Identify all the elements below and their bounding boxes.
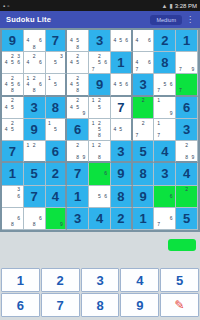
cell-r1c3[interactable]: 7: [46, 30, 68, 52]
digit: 8: [117, 190, 124, 203]
digit: 2: [117, 212, 124, 225]
cell-r9c9[interactable]: 5: [176, 208, 198, 230]
number-pad: 123456789✎: [0, 268, 200, 317]
pencil-marks: 2: [176, 186, 197, 207]
cell-r3c1[interactable]: 24568: [2, 74, 24, 96]
digit: 9: [117, 167, 124, 180]
cell-r1c5[interactable]: 3: [89, 30, 111, 52]
cell-r1c1[interactable]: 9: [2, 30, 24, 52]
cell-r7c9[interactable]: 4: [176, 163, 198, 185]
pencil-marks: 24568: [2, 74, 23, 94]
cell-r6c6[interactable]: 3: [111, 141, 133, 163]
pencil-marks: 125: [89, 97, 110, 118]
digit: 6: [183, 101, 190, 114]
pencil-marks: 468: [24, 30, 45, 51]
digit: 3: [139, 78, 146, 91]
status-bar: ▪ ▫ ▲ ▮ 3:28 PM: [0, 0, 200, 11]
pencil-marks: 128: [89, 141, 110, 161]
pencil-marks: 245: [2, 119, 23, 140]
pad-digit-1[interactable]: 1: [1, 268, 40, 292]
pencil-marks: 1258: [89, 119, 110, 140]
cell-r6c9[interactable]: 289: [176, 141, 198, 163]
cell-r5c9[interactable]: 3: [176, 119, 198, 141]
digit: 1: [9, 167, 16, 180]
digit: 9: [9, 34, 16, 47]
cell-r2c4[interactable]: 245: [67, 52, 89, 74]
cell-r8c7[interactable]: 9: [133, 186, 155, 208]
cell-r8c2[interactable]: 7: [24, 186, 46, 208]
pencil-icon: ✎: [175, 298, 185, 312]
pencil-marks: 15: [46, 119, 66, 140]
pencil-marks: 12468: [24, 74, 45, 94]
pad-digit-8[interactable]: 8: [81, 293, 120, 317]
cell-r2c8[interactable]: 8: [154, 52, 176, 74]
digit: 9: [139, 190, 146, 203]
difficulty-menu-button[interactable]: Medium: [150, 15, 182, 25]
cell-r7c7[interactable]: 8: [133, 163, 155, 185]
cell-r1c9[interactable]: 1: [176, 30, 198, 52]
cell-r3c9[interactable]: 7: [176, 74, 198, 96]
pencil-marks: 35: [46, 52, 66, 73]
cell-r2c2[interactable]: 246: [24, 52, 46, 74]
cell-r1c2[interactable]: 468: [24, 30, 46, 52]
cell-r6c4[interactable]: 289: [67, 141, 89, 163]
cell-r2c5[interactable]: 2567: [89, 52, 111, 74]
digit: 5: [31, 167, 38, 180]
pencil-marks: 245: [67, 52, 88, 73]
digit: 7: [9, 145, 16, 158]
cell-r4c7[interactable]: 2: [133, 97, 155, 119]
cell-r4c3[interactable]: 8: [46, 97, 68, 119]
digit: 3: [31, 101, 38, 114]
pencil-marks: 456: [111, 30, 131, 51]
digit: 1: [183, 34, 190, 47]
cell-r1c7[interactable]: 46: [133, 30, 155, 52]
pad-digit-5[interactable]: 5: [160, 268, 199, 292]
pencil-marks: 27: [133, 119, 154, 140]
usb-icon: ▫: [7, 3, 9, 9]
cell-r4c9[interactable]: 6: [176, 97, 198, 119]
cell-r5c5[interactable]: 1258: [89, 119, 111, 141]
pencil-marks: 456: [111, 74, 131, 94]
pencil-marks: 79: [176, 52, 197, 73]
cell-r6c7[interactable]: 5: [133, 141, 155, 163]
digit: 3: [117, 145, 124, 158]
cell-r2c7[interactable]: 467: [133, 52, 155, 74]
cell-r7c1[interactable]: 1: [2, 163, 24, 185]
cell-r4c1[interactable]: 245: [2, 97, 24, 119]
pencil-marks: 15: [46, 74, 66, 94]
cell-r5c7[interactable]: 27: [133, 119, 155, 141]
cell-r2c9[interactable]: 79: [176, 52, 198, 74]
cell-r8c6[interactable]: 8: [111, 186, 133, 208]
cell-r3c7[interactable]: 3: [133, 74, 155, 96]
cell-r5c1[interactable]: 245: [2, 119, 24, 141]
pencil-marks: 289: [67, 141, 88, 161]
cell-r5c6[interactable]: 45: [111, 119, 133, 141]
digit: 4: [52, 190, 59, 203]
signal-icon: ▲: [161, 3, 167, 9]
status-time: 3:28 PM: [175, 3, 197, 9]
pencil-marks: 12: [24, 141, 45, 161]
cell-r8c5[interactable]: 56: [89, 186, 111, 208]
pencil-marks: 7: [176, 74, 197, 94]
cell-r6c8[interactable]: 4: [154, 141, 176, 163]
pad-digit-7[interactable]: 7: [41, 293, 80, 317]
cell-r4c2[interactable]: 3: [24, 97, 46, 119]
cell-r8c1[interactable]: 36: [2, 186, 24, 208]
cell-r9c8[interactable]: 67: [154, 208, 176, 230]
cell-r6c3[interactable]: 6: [46, 141, 68, 163]
digit: 7: [31, 190, 38, 203]
pencil-marks: 289: [176, 141, 197, 161]
cell-r5c4[interactable]: 6: [67, 119, 89, 141]
pencil-marks: 9: [46, 208, 66, 229]
cell-r2c3[interactable]: 35: [46, 52, 68, 74]
cell-r7c3[interactable]: 2: [46, 163, 68, 185]
cell-r4c5[interactable]: 125: [89, 97, 111, 119]
digit: 9: [96, 78, 103, 91]
cell-r3c5[interactable]: 9: [89, 74, 111, 96]
cell-r5c8[interactable]: 17: [154, 119, 176, 141]
digit: 9: [31, 123, 38, 136]
cell-r9c5[interactable]: 4: [89, 208, 111, 230]
cell-r1c8[interactable]: 2: [154, 30, 176, 52]
pencil-marks: 458: [67, 30, 88, 51]
notification-icon: ▪: [3, 3, 5, 9]
cell-r8c8[interactable]: 6: [154, 186, 176, 208]
pencil-marks: 2458: [67, 74, 88, 94]
cell-r7c8[interactable]: 3: [154, 163, 176, 185]
cell-r6c5[interactable]: 128: [89, 141, 111, 163]
cell-r6c2[interactable]: 12: [24, 141, 46, 163]
pad-digit-4[interactable]: 4: [120, 268, 159, 292]
digit: 1: [74, 190, 81, 203]
digit: 4: [161, 145, 168, 158]
pencil-marks: 2567: [89, 52, 110, 73]
cell-r7c2[interactable]: 5: [24, 163, 46, 185]
digit: 7: [74, 167, 81, 180]
pencil-marks: 46: [133, 30, 154, 51]
cell-r9c3[interactable]: 9: [46, 208, 68, 230]
digit: 3: [183, 123, 190, 136]
pencil-marks: 23456: [2, 52, 23, 73]
cell-r4c4[interactable]: 2459: [67, 97, 89, 119]
pencil-marks: 567: [154, 74, 175, 94]
battery-icon: ▮: [169, 3, 172, 9]
cell-r1c4[interactable]: 458: [67, 30, 89, 52]
digit: 3: [74, 212, 81, 225]
digit: 7: [52, 34, 59, 47]
digit: 8: [52, 101, 59, 114]
green-action-button[interactable]: [168, 239, 196, 251]
below-board-area: [0, 232, 200, 268]
pencil-marks: 36: [2, 186, 23, 207]
cell-r7c5[interactable]: 6: [89, 163, 111, 185]
pencil-marks: 67: [154, 208, 175, 229]
pencil-marks: 2: [133, 97, 154, 118]
digit: 7: [117, 101, 124, 114]
app-title: Sudoku Lite: [6, 15, 150, 24]
pencil-marks: 6: [154, 186, 175, 207]
pencil-marks: 45: [111, 119, 131, 140]
cell-r8c4[interactable]: 1: [67, 186, 89, 208]
cell-r9c4[interactable]: 3: [67, 208, 89, 230]
pencil-marks: 467: [133, 52, 154, 73]
digit: 3: [96, 34, 103, 47]
cell-r5c3[interactable]: 15: [46, 119, 68, 141]
cell-r8c9[interactable]: 2: [176, 186, 198, 208]
pad-digit-6[interactable]: 6: [1, 293, 40, 317]
cell-r5c2[interactable]: 9: [24, 119, 46, 141]
cell-r9c1[interactable]: 68: [2, 208, 24, 230]
digit: 5: [183, 212, 190, 225]
digit: 3: [161, 167, 168, 180]
digit: 8: [161, 56, 168, 69]
cell-r2c1[interactable]: 23456: [2, 52, 24, 74]
overflow-menu-icon[interactable]: ⋮: [186, 16, 194, 24]
pad-digit-2[interactable]: 2: [41, 268, 80, 292]
cell-r3c8[interactable]: 567: [154, 74, 176, 96]
pencil-marks: 56: [89, 186, 110, 207]
cell-r3c3[interactable]: 15: [46, 74, 68, 96]
digit: 5: [139, 145, 146, 158]
pencil-marks: 245: [2, 97, 23, 118]
digit: 1: [139, 212, 146, 225]
cell-r3c2[interactable]: 12468: [24, 74, 46, 96]
cell-r4c8[interactable]: 19: [154, 97, 176, 119]
pad-digit-9[interactable]: 9: [120, 293, 159, 317]
cell-r9c2[interactable]: 68: [24, 208, 46, 230]
sudoku-board: 9468745834564621234562463524525671467879…: [0, 28, 200, 232]
cell-r7c6[interactable]: 9: [111, 163, 133, 185]
digit: 2: [52, 167, 59, 180]
digit: 4: [183, 167, 190, 180]
digit: 4: [96, 212, 103, 225]
app-bar: Sudoku Lite Medium ⋮: [0, 11, 200, 28]
pencil-marks: 246: [24, 52, 45, 73]
cell-r8c3[interactable]: 4: [46, 186, 68, 208]
digit: 6: [52, 145, 59, 158]
pencil-marks: 17: [154, 119, 175, 140]
digit: 1: [117, 56, 124, 69]
cell-r4c6[interactable]: 7: [111, 97, 133, 119]
digit: 6: [74, 123, 81, 136]
cell-r3c6[interactable]: 456: [111, 74, 133, 96]
cell-r3c4[interactable]: 2458: [67, 74, 89, 96]
pencil-marks: 68: [24, 208, 45, 229]
pencil-marks: 6: [89, 163, 110, 184]
cell-r9c7[interactable]: 1: [133, 208, 155, 230]
pencil-marks: 2459: [67, 97, 88, 118]
cell-r6c1[interactable]: 7: [2, 141, 24, 163]
cell-r9c6[interactable]: 2: [111, 208, 133, 230]
digit: 2: [161, 34, 168, 47]
cell-r1c6[interactable]: 456: [111, 30, 133, 52]
pencil-marks: 68: [2, 208, 23, 229]
pencil-marks: 19: [154, 97, 175, 118]
digit: 8: [139, 167, 146, 180]
pencil-erase-button[interactable]: ✎: [160, 293, 199, 317]
cell-r7c4[interactable]: 7: [67, 163, 89, 185]
cell-r2c6[interactable]: 1: [111, 52, 133, 74]
pad-digit-3[interactable]: 3: [81, 268, 120, 292]
